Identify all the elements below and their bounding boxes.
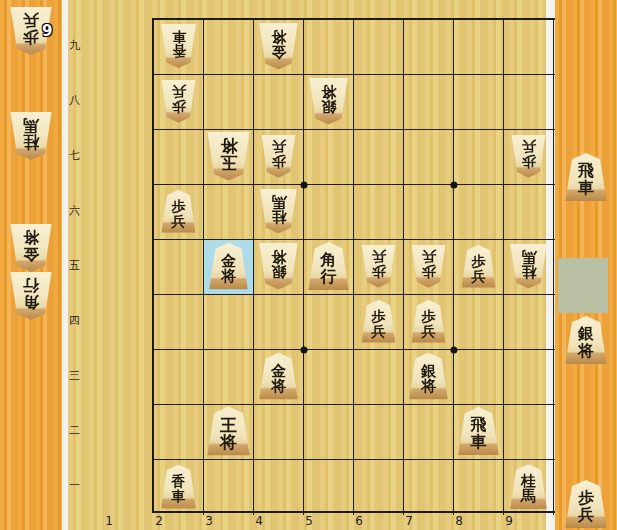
board-square-4六[interactable] [304,185,354,240]
piece-kanji: 歩兵 [411,245,447,288]
shogi-piece-銀将[interactable]: 銀将 [258,243,299,290]
piece-kanji: 角行 [9,272,53,320]
board-square-1九[interactable]: 香車 [154,20,204,75]
board-square-1八[interactable]: 歩兵 [154,75,204,130]
shogi-piece-歩兵[interactable]: 歩兵 [161,80,197,123]
piece-kanji: 王将 [206,407,251,456]
rank-label-六: 六 [66,183,83,238]
shogi-piece-歩兵[interactable]: 歩兵 [411,245,447,288]
board-square-3四[interactable] [254,295,304,350]
file-label-5: 5 [284,513,334,530]
board-square-8九[interactable] [504,20,554,75]
shogi-piece-歩兵[interactable]: 歩兵 [411,300,447,343]
board-square-6五[interactable]: 歩兵 [404,240,454,295]
shogi-piece-金将[interactable]: 金将 [258,353,299,400]
board-square-5一[interactable] [354,460,404,515]
piece-kanji: 金将 [208,243,249,290]
board-square-7七[interactable] [454,130,504,185]
piece-kanji: 歩兵 [261,135,297,178]
board-square-3二[interactable] [254,405,304,460]
shogi-piece-王将[interactable]: 王将 [206,407,251,456]
shogi-piece-銀将[interactable]: 銀将 [308,78,349,125]
board-grid: 香車金将歩兵銀将香車玉将歩兵歩兵歩兵桂馬歩兵金将銀将角行歩兵歩兵歩兵桂馬歩兵歩兵… [152,18,602,513]
piece-kanji: 桂馬 [259,189,298,234]
board-square-7九[interactable] [454,20,504,75]
shogi-piece-金将[interactable]: 金将 [258,23,299,70]
piece-kanji: 銀将 [408,353,449,400]
shogi-piece-角行[interactable]: 角行 [9,272,53,320]
shogi-piece-歩兵[interactable]: 歩兵 [564,480,608,528]
rank-label-七: 七 [66,128,83,183]
piece-kanji: 桂馬 [509,464,548,509]
board-square-2二[interactable]: 王将 [204,405,254,460]
board-square-6四[interactable]: 歩兵 [404,295,454,350]
shogi-piece-飛車[interactable]: 飛車 [564,153,608,201]
shogi-piece-歩兵[interactable]: 歩兵 [361,300,397,343]
board-square-1三[interactable] [154,350,204,405]
shogi-board: 香車金将歩兵銀将香車玉将歩兵歩兵歩兵桂馬歩兵金将銀将角行歩兵歩兵歩兵桂馬歩兵歩兵… [68,0,546,530]
board-square-2七[interactable]: 玉将 [204,130,254,185]
board-square-5二[interactable] [354,405,404,460]
left-piece-stand: 歩兵9桂馬金将角行 [0,0,62,530]
board-square-1一[interactable]: 香車 [154,460,204,515]
rank-label-五: 五 [66,238,83,293]
rank-label-八: 八 [66,73,83,128]
board-square-6三[interactable]: 銀将 [404,350,454,405]
board-square-8一[interactable]: 桂馬 [504,460,554,515]
board-square-2三[interactable] [204,350,254,405]
board-square-6一[interactable] [404,460,454,515]
file-label-2: 2 [134,513,184,530]
star-point [301,182,308,189]
piece-kanji: 玉将 [206,132,251,181]
shogi-piece-玉将[interactable]: 玉将 [206,132,251,181]
piece-kanji: 歩兵 [411,300,447,343]
piece-kanji: 金将 [258,353,299,400]
board-square-7四[interactable] [454,295,504,350]
board-square-1四[interactable] [154,295,204,350]
board-square-1七[interactable] [154,130,204,185]
board-square-7八[interactable] [454,75,504,130]
shogi-piece-桂馬[interactable]: 桂馬 [9,112,53,160]
rank-label-九: 九 [66,18,83,73]
file-label-6: 6 [334,513,384,530]
piece-kanji: 角行 [307,242,350,290]
board-square-4三[interactable] [304,350,354,405]
piece-kanji: 銀将 [258,243,299,290]
board-square-5四[interactable]: 歩兵 [354,295,404,350]
board-square-7二[interactable]: 飛車 [454,405,504,460]
rank-label-二: 二 [66,403,83,458]
shogi-piece-桂馬[interactable]: 桂馬 [509,244,548,289]
board-square-8四[interactable] [504,295,554,350]
board-square-3五[interactable]: 銀将 [254,240,304,295]
piece-kanji: 歩兵 [511,135,547,178]
piece-kanji: 歩兵 [461,245,497,288]
shogi-piece-角行[interactable]: 角行 [307,242,350,290]
board-square-4四[interactable] [304,295,354,350]
rank-label-三: 三 [66,348,83,403]
board-square-8二[interactable] [504,405,554,460]
board-square-1二[interactable] [154,405,204,460]
board-square-4二[interactable] [304,405,354,460]
star-point [451,347,458,354]
board-square-8六[interactable] [504,185,554,240]
board-square-7三[interactable] [454,350,504,405]
board-square-6七[interactable] [404,130,454,185]
piece-kanji: 銀将 [308,78,349,125]
shogi-piece-銀将[interactable]: 銀将 [564,316,608,364]
piece-kanji: 歩兵 [161,190,197,233]
board-square-6六[interactable] [404,185,454,240]
right-piece-stand: 飛車銀将歩兵 [555,0,617,530]
piece-kanji: 銀将 [564,316,608,364]
board-square-8八[interactable] [504,75,554,130]
piece-kanji: 歩兵 [161,80,197,123]
board-square-5六[interactable] [354,185,404,240]
board-square-5八[interactable] [354,75,404,130]
piece-kanji: 桂馬 [9,112,53,160]
board-square-5九[interactable] [354,20,404,75]
board-square-3三[interactable]: 金将 [254,350,304,405]
stand-slot-highlight [558,258,608,313]
shogi-piece-香車[interactable]: 香車 [160,465,197,509]
board-square-2四[interactable] [204,295,254,350]
board-square-8五[interactable]: 桂馬 [504,240,554,295]
board-square-5三[interactable] [354,350,404,405]
rank-label-一: 一 [66,458,83,513]
board-square-8七[interactable]: 歩兵 [504,130,554,185]
shogi-piece-金将[interactable]: 金将 [9,224,53,272]
file-label-9: 9 [484,513,534,530]
board-square-2八[interactable] [204,75,254,130]
star-point [301,347,308,354]
shogi-piece-銀将[interactable]: 銀将 [408,353,449,400]
board-square-6九[interactable] [404,20,454,75]
board-square-4九[interactable] [304,20,354,75]
board-square-4八[interactable]: 銀将 [304,75,354,130]
piece-kanji: 飛車 [564,153,608,201]
file-label-8: 8 [434,513,484,530]
board-square-2一[interactable] [204,460,254,515]
board-square-3六[interactable]: 桂馬 [254,185,304,240]
board-square-8三[interactable] [504,350,554,405]
piece-kanji: 金将 [258,23,299,70]
shogi-piece-飛車[interactable]: 飛車 [457,407,500,455]
board-square-3一[interactable] [254,460,304,515]
shogi-piece-歩兵[interactable]: 歩兵 [261,135,297,178]
piece-kanji: 歩兵 [361,300,397,343]
board-square-5五[interactable]: 歩兵 [354,240,404,295]
board-square-2六[interactable] [204,185,254,240]
board-square-1五[interactable] [154,240,204,295]
board-square-5七[interactable] [354,130,404,185]
board-square-3七[interactable]: 歩兵 [254,130,304,185]
board-square-6二[interactable] [404,405,454,460]
piece-kanji: 桂馬 [509,244,548,289]
board-square-2九[interactable] [204,20,254,75]
board-square-7五[interactable]: 歩兵 [454,240,504,295]
piece-kanji: 歩兵 [361,245,397,288]
piece-kanji: 金将 [9,224,53,272]
piece-kanji: 香車 [160,465,197,509]
piece-kanji: 飛車 [457,407,500,455]
piece-kanji: 香車 [160,24,197,68]
board-square-3八[interactable] [254,75,304,130]
shogi-piece-歩兵[interactable]: 歩兵 [161,190,197,233]
board-square-2五[interactable]: 金将 [204,240,254,295]
file-label-3: 3 [184,513,234,530]
board-square-7一[interactable] [454,460,504,515]
rank-label-四: 四 [66,293,83,348]
board-square-7六[interactable] [454,185,504,240]
file-label-7: 7 [384,513,434,530]
board-square-6八[interactable] [404,75,454,130]
piece-kanji: 歩兵 [564,480,608,528]
shogi-piece-歩兵[interactable]: 歩兵 [461,245,497,288]
board-square-4五[interactable]: 角行 [304,240,354,295]
star-point [451,182,458,189]
board-square-4七[interactable] [304,130,354,185]
file-label-1: 1 [84,513,134,530]
shogi-piece-香車[interactable]: 香車 [160,24,197,68]
board-square-3九[interactable]: 金将 [254,20,304,75]
file-label-4: 4 [234,513,284,530]
shogi-piece-金将[interactable]: 金将 [208,243,249,290]
board-square-4一[interactable] [304,460,354,515]
board-square-1六[interactable]: 歩兵 [154,185,204,240]
hand-count: 9 [42,22,52,40]
shogi-piece-歩兵[interactable]: 歩兵 [511,135,547,178]
shogi-piece-歩兵[interactable]: 歩兵 [361,245,397,288]
shogi-piece-桂馬[interactable]: 桂馬 [259,189,298,234]
shogi-piece-桂馬[interactable]: 桂馬 [509,464,548,509]
